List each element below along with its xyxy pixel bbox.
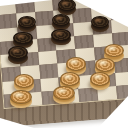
checker-light[interactable]: [90, 72, 111, 90]
checker-light-top: [53, 86, 74, 100]
photo-stage: [0, 0, 128, 128]
checker-light-top: [60, 72, 81, 86]
checker-dark[interactable]: [18, 16, 37, 32]
checker-dark[interactable]: [58, 0, 76, 15]
checker-dark[interactable]: [91, 16, 110, 32]
checker-light-top: [66, 57, 86, 70]
square[interactable]: [110, 18, 128, 33]
square[interactable]: [116, 84, 128, 99]
checker-dark[interactable]: [51, 29, 70, 46]
square[interactable]: [115, 71, 128, 86]
checker-dark-top: [13, 32, 32, 45]
checker-light[interactable]: [53, 86, 74, 105]
checker-light-top: [90, 72, 111, 86]
checker-dark-top: [51, 29, 70, 42]
checker-dark[interactable]: [8, 46, 28, 63]
checker-light-top: [95, 58, 115, 71]
checker-light[interactable]: [10, 90, 31, 109]
checker-light-top: [10, 90, 31, 104]
checker-light-top: [14, 74, 35, 88]
